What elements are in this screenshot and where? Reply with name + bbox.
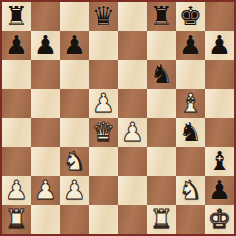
white-pawn[interactable]: ♟ [63, 176, 86, 205]
black-knight[interactable]: ♞ [179, 118, 202, 147]
square-b4[interactable] [31, 118, 60, 147]
square-f1[interactable]: ♜ [147, 205, 176, 234]
square-b1[interactable] [31, 205, 60, 234]
square-a1[interactable]: ♜ [2, 205, 31, 234]
square-g7[interactable]: ♟ [176, 31, 205, 60]
square-a3[interactable] [2, 147, 31, 176]
square-f8[interactable]: ♜ [147, 2, 176, 31]
square-e2[interactable] [118, 176, 147, 205]
white-pawn[interactable]: ♟ [92, 89, 115, 118]
square-e4[interactable]: ♟ [118, 118, 147, 147]
square-d3[interactable] [89, 147, 118, 176]
white-pawn[interactable]: ♟ [5, 176, 28, 205]
square-d8[interactable]: ♛ [89, 2, 118, 31]
square-d1[interactable] [89, 205, 118, 234]
square-h1[interactable]: ♚ [205, 205, 234, 234]
square-e6[interactable] [118, 60, 147, 89]
square-h5[interactable] [205, 89, 234, 118]
square-g4[interactable]: ♞ [176, 118, 205, 147]
square-d5[interactable]: ♟ [89, 89, 118, 118]
square-d2[interactable] [89, 176, 118, 205]
square-b5[interactable] [31, 89, 60, 118]
square-b6[interactable] [31, 60, 60, 89]
square-c3[interactable]: ♞ [60, 147, 89, 176]
square-h4[interactable] [205, 118, 234, 147]
square-c7[interactable]: ♟ [60, 31, 89, 60]
square-a7[interactable]: ♟ [2, 31, 31, 60]
square-b8[interactable] [31, 2, 60, 31]
square-g1[interactable] [176, 205, 205, 234]
white-bishop[interactable]: ♝ [179, 89, 202, 118]
square-a2[interactable]: ♟ [2, 176, 31, 205]
square-e5[interactable] [118, 89, 147, 118]
square-g6[interactable] [176, 60, 205, 89]
square-a6[interactable] [2, 60, 31, 89]
square-e3[interactable] [118, 147, 147, 176]
square-h8[interactable] [205, 2, 234, 31]
square-e7[interactable] [118, 31, 147, 60]
black-pawn[interactable]: ♟ [179, 31, 202, 60]
square-f6[interactable]: ♞ [147, 60, 176, 89]
white-knight[interactable]: ♞ [63, 147, 86, 176]
square-h3[interactable]: ♝ [205, 147, 234, 176]
square-g2[interactable]: ♞ [176, 176, 205, 205]
square-d7[interactable] [89, 31, 118, 60]
square-f4[interactable] [147, 118, 176, 147]
black-pawn[interactable]: ♟ [208, 31, 231, 60]
square-h2[interactable]: ♟ [205, 176, 234, 205]
square-a4[interactable] [2, 118, 31, 147]
white-pawn[interactable]: ♟ [34, 176, 57, 205]
square-g5[interactable]: ♝ [176, 89, 205, 118]
black-rook[interactable]: ♜ [5, 2, 28, 31]
square-b3[interactable] [31, 147, 60, 176]
square-c2[interactable]: ♟ [60, 176, 89, 205]
black-pawn[interactable]: ♟ [5, 31, 28, 60]
square-c5[interactable] [60, 89, 89, 118]
square-c1[interactable] [60, 205, 89, 234]
black-pawn[interactable]: ♟ [208, 176, 231, 205]
square-d4[interactable]: ♛ [89, 118, 118, 147]
square-e1[interactable] [118, 205, 147, 234]
white-rook[interactable]: ♜ [5, 205, 28, 234]
board-frame: ♜♛♜♚♟♟♟♟♟♞♟♝♛♟♞♞♝♟♟♟♞♟♜♜♚ [0, 0, 236, 236]
black-queen[interactable]: ♛ [92, 2, 115, 31]
square-c8[interactable] [60, 2, 89, 31]
square-d6[interactable] [89, 60, 118, 89]
square-h7[interactable]: ♟ [205, 31, 234, 60]
black-king[interactable]: ♚ [179, 2, 202, 31]
black-knight[interactable]: ♞ [150, 60, 173, 89]
square-f3[interactable] [147, 147, 176, 176]
square-f7[interactable] [147, 31, 176, 60]
square-b7[interactable]: ♟ [31, 31, 60, 60]
square-f2[interactable] [147, 176, 176, 205]
square-a5[interactable] [2, 89, 31, 118]
black-rook[interactable]: ♜ [150, 2, 173, 31]
white-pawn[interactable]: ♟ [121, 118, 144, 147]
square-g3[interactable] [176, 147, 205, 176]
square-c6[interactable] [60, 60, 89, 89]
square-f5[interactable] [147, 89, 176, 118]
square-c4[interactable] [60, 118, 89, 147]
square-g8[interactable]: ♚ [176, 2, 205, 31]
white-rook[interactable]: ♜ [150, 205, 173, 234]
white-knight[interactable]: ♞ [179, 176, 202, 205]
square-b2[interactable]: ♟ [31, 176, 60, 205]
black-pawn[interactable]: ♟ [63, 31, 86, 60]
square-e8[interactable] [118, 2, 147, 31]
black-pawn[interactable]: ♟ [34, 31, 57, 60]
white-king[interactable]: ♚ [208, 205, 231, 234]
black-bishop[interactable]: ♝ [208, 147, 231, 176]
chess-board: ♜♛♜♚♟♟♟♟♟♞♟♝♛♟♞♞♝♟♟♟♞♟♜♜♚ [2, 2, 234, 234]
square-h6[interactable] [205, 60, 234, 89]
white-queen[interactable]: ♛ [92, 118, 115, 147]
square-a8[interactable]: ♜ [2, 2, 31, 31]
